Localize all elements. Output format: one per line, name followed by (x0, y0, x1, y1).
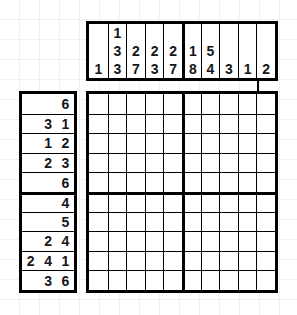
grid-cell-r3c6[interactable] (182, 133, 201, 153)
grid-cell-r10c7[interactable] (201, 270, 220, 290)
column-clue-number: 7 (164, 60, 182, 78)
row-clue-number: 5 (57, 213, 74, 232)
grid-cell-r5c5[interactable] (163, 172, 182, 192)
row-clue-number: 1 (57, 115, 74, 134)
grid-cell-r9c3[interactable] (126, 251, 145, 271)
column-clue-number: 1 (185, 42, 201, 60)
grid-cell-r3c9[interactable] (238, 133, 257, 153)
grid-cell-r2c5[interactable] (163, 114, 182, 134)
row-clue-6: 4 (22, 192, 74, 212)
column-clue-number: 3 (109, 60, 127, 78)
grid-cell-r7c4[interactable] (145, 212, 164, 232)
grid-cell-r8c9[interactable] (238, 231, 257, 251)
clue-cell-empty (89, 42, 108, 60)
grid-cell-r8c4[interactable] (145, 231, 164, 251)
grid-cell-r5c4[interactable] (145, 172, 164, 192)
row-clue-8: 24 (22, 231, 74, 251)
grid-cell-r8c5[interactable] (163, 231, 182, 251)
column-clue-9: 1 (238, 24, 257, 78)
grid-cell-r7c8[interactable] (219, 212, 238, 232)
grid-cell-r10c4[interactable] (145, 270, 164, 290)
grid-cell-r1c10[interactable] (256, 94, 275, 114)
grid-cell-r6c8[interactable] (219, 192, 238, 212)
grid-cell-r4c7[interactable] (201, 153, 220, 173)
grid-cell-r7c5[interactable] (163, 212, 182, 232)
row-clues-box: 63112236452424136 (19, 91, 77, 293)
grid-cell-r6c4[interactable] (145, 192, 164, 212)
grid-cell-r2c7[interactable] (201, 114, 220, 134)
puzzle-grid (86, 91, 278, 293)
column-clue-6: 18 (182, 24, 201, 78)
column-clue-4: 23 (145, 24, 164, 78)
row-clue-number: 3 (57, 154, 74, 173)
grid-cell-r10c10[interactable] (256, 270, 275, 290)
column-clue-number: 2 (127, 42, 145, 60)
grid-cell-r6c2[interactable] (108, 192, 127, 212)
grid-cell-r1c8[interactable] (219, 94, 238, 114)
grid-cell-r4c10[interactable] (256, 153, 275, 173)
column-clue-number: 3 (109, 42, 127, 60)
grid-cell-r5c6[interactable] (182, 172, 201, 192)
grid-cell-r10c9[interactable] (238, 270, 257, 290)
grid-cell-r10c5[interactable] (163, 270, 182, 290)
column-clue-number: 7 (127, 60, 145, 78)
column-clue-2: 133 (108, 24, 127, 78)
grid-cell-r8c7[interactable] (201, 231, 220, 251)
column-clue-number: 2 (146, 42, 164, 60)
clue-cell-empty (89, 24, 108, 42)
grid-cell-r2c3[interactable] (126, 114, 145, 134)
clue-cell-empty (22, 195, 39, 212)
column-clue-number: 8 (185, 60, 201, 78)
grid-cell-r4c4[interactable] (145, 153, 164, 173)
grid-cell-r9c6[interactable] (182, 251, 201, 271)
clue-cell-empty (22, 115, 39, 134)
grid-cell-r5c8[interactable] (219, 172, 238, 192)
row-clue-3: 12 (22, 133, 74, 153)
grid-cell-r3c8[interactable] (219, 133, 238, 153)
grid-cell-r7c7[interactable] (201, 212, 220, 232)
grid-cell-r7c2[interactable] (108, 212, 127, 232)
column-clue-8: 3 (219, 24, 238, 78)
row-clue-7: 5 (22, 212, 74, 232)
clue-cell-empty (39, 195, 56, 212)
column-clue-number: 3 (220, 60, 238, 78)
column-clue-number: 1 (109, 24, 127, 42)
row-clue-number: 3 (39, 271, 56, 290)
grid-cell-r3c2[interactable] (108, 133, 127, 153)
grid-cell-r2c10[interactable] (256, 114, 275, 134)
row-clue-number: 2 (57, 134, 74, 153)
grid-cell-r9c5[interactable] (163, 251, 182, 271)
grid-cell-r4c1[interactable] (89, 153, 108, 173)
clue-cell-empty (22, 94, 39, 114)
grid-cell-r1c1[interactable] (89, 94, 108, 114)
grid-cell-r4c3[interactable] (126, 153, 145, 173)
grid-cell-r2c8[interactable] (219, 114, 238, 134)
row-clue-number: 2 (22, 252, 39, 271)
grid-cell-r4c9[interactable] (238, 153, 257, 173)
column-clues-box: 11332723271854312 (86, 21, 278, 81)
grid-cell-r2c9[interactable] (238, 114, 257, 134)
grid-cell-r6c6[interactable] (182, 192, 201, 212)
row-clue-5: 6 (22, 172, 74, 192)
grid-cell-r7c10[interactable] (256, 212, 275, 232)
nonogram-worksheet: 11332723271854312 63112236452424136 (0, 0, 297, 315)
grid-cell-r6c1[interactable] (89, 192, 108, 212)
column-clue-10: 2 (256, 24, 275, 78)
grid-cell-r6c10[interactable] (256, 192, 275, 212)
column-clue-3: 27 (126, 24, 145, 78)
grid-cell-r2c2[interactable] (108, 114, 127, 134)
grid-cell-r1c7[interactable] (201, 94, 220, 114)
grid-cell-r8c8[interactable] (219, 231, 238, 251)
grid-cell-r9c2[interactable] (108, 251, 127, 271)
grid-cell-r10c6[interactable] (182, 270, 201, 290)
clue-cell-empty (239, 42, 257, 60)
grid-cell-r1c4[interactable] (145, 94, 164, 114)
clue-cell-empty (39, 173, 56, 192)
clue-cell-empty (220, 24, 238, 42)
clue-cell-empty (22, 213, 39, 232)
column-clue-number: 2 (164, 42, 182, 60)
grid-cell-r7c1[interactable] (89, 212, 108, 232)
clue-cell-empty (239, 24, 257, 42)
grid-cell-r7c9[interactable] (238, 212, 257, 232)
column-clue-number: 5 (202, 42, 220, 60)
grid-cell-r9c9[interactable] (238, 251, 257, 271)
grid-cell-r3c7[interactable] (201, 133, 220, 153)
clue-cell-empty (257, 42, 275, 60)
row-clue-number: 4 (57, 232, 74, 251)
row-clue-number: 4 (57, 195, 74, 212)
column-clue-1: 1 (89, 24, 108, 78)
grid-cell-r6c5[interactable] (163, 192, 182, 212)
grid-cell-r3c4[interactable] (145, 133, 164, 153)
grid-cell-r10c2[interactable] (108, 270, 127, 290)
row-clue-number: 6 (57, 173, 74, 192)
grid-cell-r5c10[interactable] (256, 172, 275, 192)
grid-cell-r2c6[interactable] (182, 114, 201, 134)
grid-cell-r5c7[interactable] (201, 172, 220, 192)
grid-cell-r7c6[interactable] (182, 212, 201, 232)
grid-cell-r9c1[interactable] (89, 251, 108, 271)
row-clue-4: 23 (22, 153, 74, 173)
grid-cell-r3c1[interactable] (89, 133, 108, 153)
grid-cell-r4c8[interactable] (219, 153, 238, 173)
clue-cell-empty (220, 42, 238, 60)
column-clue-number: 4 (202, 60, 220, 78)
grid-cell-r5c2[interactable] (108, 172, 127, 192)
clue-cell-empty (39, 94, 56, 114)
row-clue-number: 2 (39, 232, 56, 251)
grid-cell-r2c4[interactable] (145, 114, 164, 134)
clue-cell-empty (22, 173, 39, 192)
grid-cell-r5c9[interactable] (238, 172, 257, 192)
grid-cell-r4c5[interactable] (163, 153, 182, 173)
grid-cell-r1c5[interactable] (163, 94, 182, 114)
column-clue-number: 3 (146, 60, 164, 78)
grid-cell-r10c1[interactable] (89, 270, 108, 290)
row-clue-2: 31 (22, 114, 74, 134)
grid-cell-r9c4[interactable] (145, 251, 164, 271)
grid-cell-r8c10[interactable] (256, 231, 275, 251)
clue-cell-empty (146, 24, 164, 42)
grid-cell-r1c2[interactable] (108, 94, 127, 114)
row-clue-number: 1 (57, 252, 74, 271)
grid-cell-r1c6[interactable] (182, 94, 201, 114)
grid-cell-r8c1[interactable] (89, 231, 108, 251)
row-clue-number: 2 (39, 154, 56, 173)
grid-cell-r9c8[interactable] (219, 251, 238, 271)
grid-cell-r1c3[interactable] (126, 94, 145, 114)
row-clue-number: 6 (57, 94, 74, 114)
grid-cell-r4c6[interactable] (182, 153, 201, 173)
clue-cell-empty (22, 134, 39, 153)
clue-cell-empty (164, 24, 182, 42)
clue-cell-empty (39, 213, 56, 232)
clue-cell-empty (185, 24, 201, 42)
clue-cell-empty (22, 232, 39, 251)
grid-cell-r6c7[interactable] (201, 192, 220, 212)
column-clue-5: 27 (163, 24, 182, 78)
row-clue-number: 3 (39, 115, 56, 134)
grid-cell-r8c6[interactable] (182, 231, 201, 251)
grid-cell-r3c5[interactable] (163, 133, 182, 153)
row-clue-9: 241 (22, 251, 74, 271)
row-clue-number: 4 (39, 252, 56, 271)
grid-cell-r9c7[interactable] (201, 251, 220, 271)
row-clue-10: 36 (22, 270, 74, 290)
grid-cell-r1c9[interactable] (238, 94, 257, 114)
column-clue-number: 1 (239, 60, 257, 78)
column-clue-number: 1 (89, 60, 108, 78)
grid-cell-r8c3[interactable] (126, 231, 145, 251)
grid-cell-r3c3[interactable] (126, 133, 145, 153)
clue-cell-empty (22, 154, 39, 173)
row-clue-number: 1 (39, 134, 56, 153)
grid-cell-r4c2[interactable] (108, 153, 127, 173)
clue-cell-empty (202, 24, 220, 42)
row-clue-number: 6 (57, 271, 74, 290)
grid-cell-r5c1[interactable] (89, 172, 108, 192)
grid-cell-r3c10[interactable] (256, 133, 275, 153)
grid-cell-r7c3[interactable] (126, 212, 145, 232)
grid-cell-r6c3[interactable] (126, 192, 145, 212)
column-border-artifact-line (257, 81, 259, 91)
grid-cell-r9c10[interactable] (256, 251, 275, 271)
grid-cell-r5c3[interactable] (126, 172, 145, 192)
clue-cell-empty (22, 271, 39, 290)
grid-cell-r6c9[interactable] (238, 192, 257, 212)
row-clue-1: 6 (22, 94, 74, 114)
column-clue-7: 54 (201, 24, 220, 78)
clue-cell-empty (257, 24, 275, 42)
clue-cell-empty (127, 24, 145, 42)
grid-cell-r10c3[interactable] (126, 270, 145, 290)
grid-cell-r8c2[interactable] (108, 231, 127, 251)
column-clue-number: 2 (257, 60, 275, 78)
grid-cell-r10c8[interactable] (219, 270, 238, 290)
grid-cell-r2c1[interactable] (89, 114, 108, 134)
